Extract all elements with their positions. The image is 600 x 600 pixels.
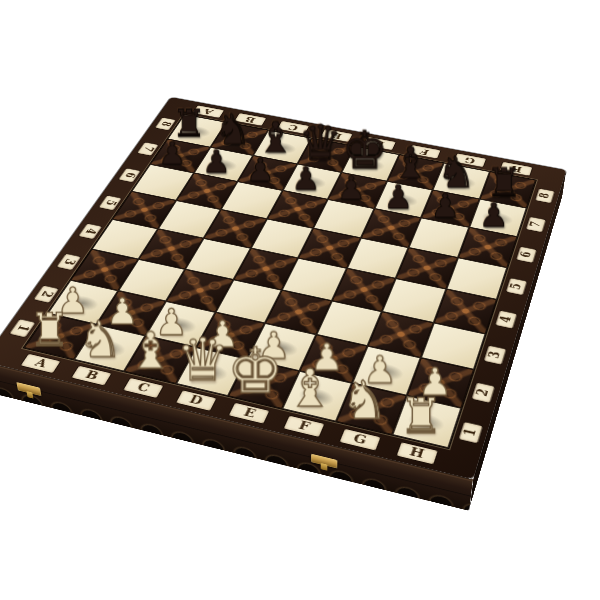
coordinate-label: E — [229, 403, 269, 424]
coordinate-label: 3 — [484, 345, 506, 364]
coordinate-label: G — [340, 429, 381, 451]
coordinate-label: 4 — [495, 311, 516, 329]
coordinate-label: A — [21, 354, 60, 373]
brass-clasp-icon — [311, 454, 337, 469]
coordinate-label: 8 — [535, 189, 554, 203]
coordinate-label: 6 — [118, 168, 140, 182]
coordinate-label: 6 — [516, 246, 536, 262]
coordinate-label: 5 — [506, 278, 527, 295]
chess-board: ABCDEFGH ABCDEFGH 87654321 87654321 ♜♞♝♛… — [0, 97, 566, 479]
coordinate-label: 1 — [459, 421, 483, 442]
coordinate-label: F — [284, 416, 325, 437]
coordinate-label: B — [72, 366, 112, 386]
coordinate-label: C — [123, 378, 163, 398]
coordinate-label: 2 — [472, 382, 495, 402]
board-square[interactable]: ♟ — [469, 199, 527, 237]
coordinate-label: 7 — [526, 217, 545, 232]
piece-black-pawn[interactable]: ♟ — [464, 199, 523, 231]
coordinate-label: D — [176, 390, 216, 410]
piece-white-rook[interactable]: ♜ — [385, 394, 455, 440]
coordinate-label: H — [396, 442, 437, 464]
brass-clasp-icon — [17, 382, 42, 396]
scene: ABCDEFGH ABCDEFGH 87654321 87654321 ♜♞♝♛… — [0, 0, 600, 600]
